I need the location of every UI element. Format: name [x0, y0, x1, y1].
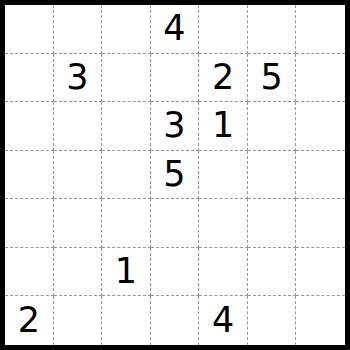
cell-r4c6[interactable]	[296, 199, 345, 248]
cell-r4c0[interactable]	[5, 199, 54, 248]
cell-r3c0[interactable]	[5, 151, 54, 200]
cell-r6c5[interactable]	[248, 296, 297, 345]
cell-r6c6[interactable]	[296, 296, 345, 345]
cell-r2c6[interactable]	[296, 102, 345, 151]
cell-r3c1[interactable]	[54, 151, 103, 200]
cell-r0c4[interactable]	[199, 5, 248, 54]
cell-r4c5[interactable]	[248, 199, 297, 248]
cell-r1c2[interactable]	[102, 54, 151, 103]
cell-r6c2[interactable]	[102, 296, 151, 345]
cell-r1c4[interactable]: 2	[199, 54, 248, 103]
cell-r0c3[interactable]: 4	[151, 5, 200, 54]
cell-r2c3[interactable]: 3	[151, 102, 200, 151]
cell-r6c4[interactable]: 4	[199, 296, 248, 345]
cell-r4c3[interactable]	[151, 199, 200, 248]
cell-r1c1[interactable]: 3	[54, 54, 103, 103]
cell-r3c4[interactable]	[199, 151, 248, 200]
cell-r6c0[interactable]: 2	[5, 296, 54, 345]
cell-r3c3[interactable]: 5	[151, 151, 200, 200]
cell-r0c2[interactable]	[102, 5, 151, 54]
cell-r5c0[interactable]	[5, 248, 54, 297]
cell-r0c1[interactable]	[54, 5, 103, 54]
cell-r1c5[interactable]: 5	[248, 54, 297, 103]
cell-r5c4[interactable]	[199, 248, 248, 297]
cell-r5c3[interactable]	[151, 248, 200, 297]
cell-r0c0[interactable]	[5, 5, 54, 54]
cell-r5c2[interactable]: 1	[102, 248, 151, 297]
cell-r4c1[interactable]	[54, 199, 103, 248]
cell-r2c0[interactable]	[5, 102, 54, 151]
cell-r1c6[interactable]	[296, 54, 345, 103]
cell-r2c4[interactable]: 1	[199, 102, 248, 151]
cell-r5c1[interactable]	[54, 248, 103, 297]
puzzle-board: 4 3 2 5 3 1 5 1 2 4	[0, 0, 350, 350]
cell-r1c0[interactable]	[5, 54, 54, 103]
cell-r0c6[interactable]	[296, 5, 345, 54]
cell-r4c4[interactable]	[199, 199, 248, 248]
cell-r3c5[interactable]	[248, 151, 297, 200]
cell-r6c1[interactable]	[54, 296, 103, 345]
cell-r3c6[interactable]	[296, 151, 345, 200]
cell-r3c2[interactable]	[102, 151, 151, 200]
cell-r4c2[interactable]	[102, 199, 151, 248]
cell-r1c3[interactable]	[151, 54, 200, 103]
cell-r2c2[interactable]	[102, 102, 151, 151]
cell-r5c5[interactable]	[248, 248, 297, 297]
cell-r0c5[interactable]	[248, 5, 297, 54]
cell-r6c3[interactable]	[151, 296, 200, 345]
cell-r5c6[interactable]	[296, 248, 345, 297]
cell-r2c5[interactable]	[248, 102, 297, 151]
cell-r2c1[interactable]	[54, 102, 103, 151]
